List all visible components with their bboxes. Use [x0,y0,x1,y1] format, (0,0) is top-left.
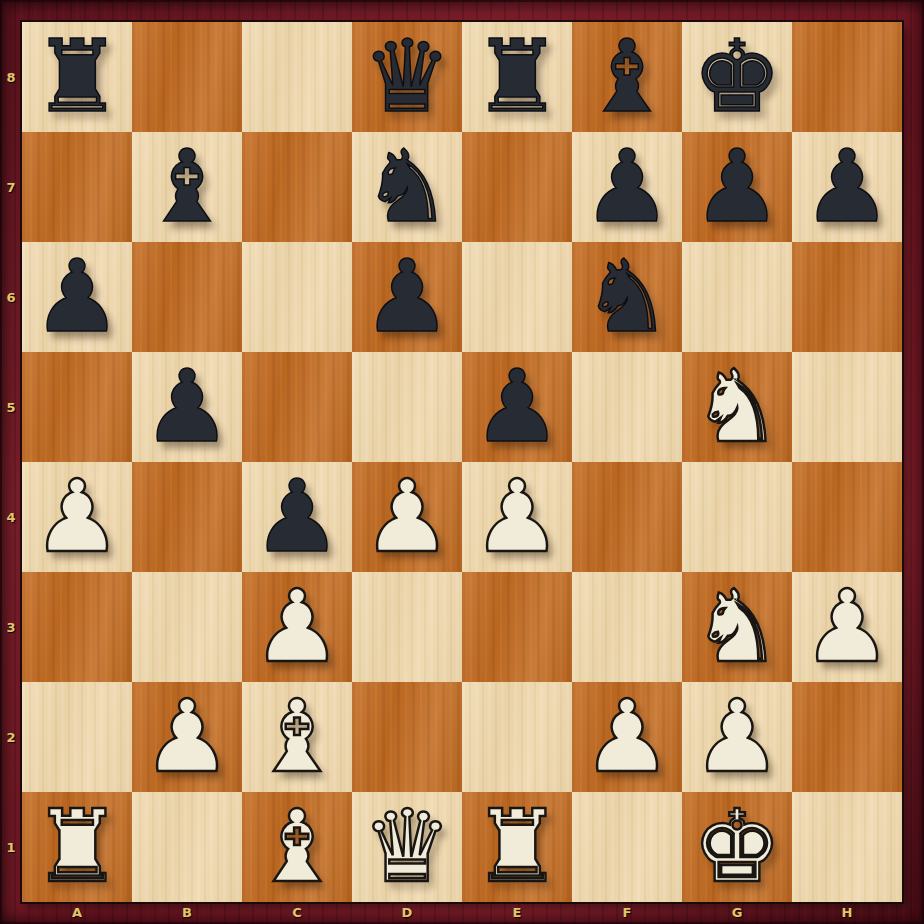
black-pawn[interactable]: ♟ [802,132,892,242]
square-a2[interactable] [22,682,132,792]
black-pawn[interactable]: ♟ [692,132,782,242]
white-bishop[interactable]: ♝ [252,682,342,792]
black-bishop[interactable]: ♝ [582,22,672,132]
white-pawn[interactable]: ♟ [362,462,452,572]
black-rook[interactable]: ♜ [472,22,562,132]
square-b8[interactable] [132,22,242,132]
file-label-h: H [792,901,902,923]
square-b1[interactable] [132,792,242,902]
square-a6[interactable]: ♟ [22,242,132,352]
black-rook[interactable]: ♜ [32,22,122,132]
square-c2[interactable]: ♝ [242,682,352,792]
square-g3[interactable]: ♞ [682,572,792,682]
rank-label-5: 5 [0,352,22,462]
square-f8[interactable]: ♝ [572,22,682,132]
square-g2[interactable]: ♟ [682,682,792,792]
black-queen[interactable]: ♛ [362,22,452,132]
square-d3[interactable] [352,572,462,682]
square-d4[interactable]: ♟ [352,462,462,572]
square-c7[interactable] [242,132,352,242]
square-b5[interactable]: ♟ [132,352,242,462]
square-h1[interactable] [792,792,902,902]
black-pawn[interactable]: ♟ [472,352,562,462]
square-d1[interactable]: ♛ [352,792,462,902]
square-g1[interactable]: ♚ [682,792,792,902]
square-c3[interactable]: ♟ [242,572,352,682]
chess-app: ♜♛♜♝♚♝♞♟♟♟♟♟♞♟♟♞♟♟♟♟♟♞♟♟♝♟♟♜♝♛♜♚ 8765432… [0,0,924,924]
square-h4[interactable] [792,462,902,572]
square-e3[interactable] [462,572,572,682]
square-b2[interactable]: ♟ [132,682,242,792]
white-rook[interactable]: ♜ [472,792,562,902]
square-h8[interactable] [792,22,902,132]
square-a1[interactable]: ♜ [22,792,132,902]
square-e2[interactable] [462,682,572,792]
square-g8[interactable]: ♚ [682,22,792,132]
square-f2[interactable]: ♟ [572,682,682,792]
square-a7[interactable] [22,132,132,242]
square-e5[interactable]: ♟ [462,352,572,462]
white-knight[interactable]: ♞ [692,352,782,462]
square-h3[interactable]: ♟ [792,572,902,682]
square-e6[interactable] [462,242,572,352]
rank-label-8: 8 [0,22,22,132]
file-label-f: F [572,901,682,923]
black-pawn[interactable]: ♟ [252,462,342,572]
black-knight[interactable]: ♞ [362,132,452,242]
white-pawn[interactable]: ♟ [582,682,672,792]
white-pawn[interactable]: ♟ [252,572,342,682]
black-pawn[interactable]: ♟ [142,352,232,462]
square-b4[interactable] [132,462,242,572]
black-knight[interactable]: ♞ [582,242,672,352]
square-b3[interactable] [132,572,242,682]
square-c4[interactable]: ♟ [242,462,352,572]
square-a5[interactable] [22,352,132,462]
square-c8[interactable] [242,22,352,132]
square-d5[interactable] [352,352,462,462]
white-queen[interactable]: ♛ [362,792,452,902]
rank-label-4: 4 [0,462,22,572]
black-bishop[interactable]: ♝ [142,132,232,242]
square-c6[interactable] [242,242,352,352]
square-g4[interactable] [682,462,792,572]
white-rook[interactable]: ♜ [32,792,122,902]
file-label-a: A [22,901,132,923]
square-e8[interactable]: ♜ [462,22,572,132]
white-pawn[interactable]: ♟ [32,462,122,572]
square-c1[interactable]: ♝ [242,792,352,902]
white-pawn[interactable]: ♟ [802,572,892,682]
square-f1[interactable] [572,792,682,902]
file-label-b: B [132,901,242,923]
square-g6[interactable] [682,242,792,352]
black-pawn[interactable]: ♟ [362,242,452,352]
square-g7[interactable]: ♟ [682,132,792,242]
square-a8[interactable]: ♜ [22,22,132,132]
white-bishop[interactable]: ♝ [252,792,342,902]
black-pawn[interactable]: ♟ [582,132,672,242]
file-label-e: E [462,901,572,923]
white-pawn[interactable]: ♟ [692,682,782,792]
square-f3[interactable] [572,572,682,682]
square-b7[interactable]: ♝ [132,132,242,242]
file-label-c: C [242,901,352,923]
square-h2[interactable] [792,682,902,792]
square-g5[interactable]: ♞ [682,352,792,462]
square-a4[interactable]: ♟ [22,462,132,572]
white-pawn[interactable]: ♟ [142,682,232,792]
white-king[interactable]: ♚ [692,792,782,902]
rank-label-3: 3 [0,572,22,682]
square-d6[interactable]: ♟ [352,242,462,352]
black-king[interactable]: ♚ [692,22,782,132]
square-h7[interactable]: ♟ [792,132,902,242]
square-h5[interactable] [792,352,902,462]
black-pawn[interactable]: ♟ [32,242,122,352]
white-pawn[interactable]: ♟ [472,462,562,572]
file-label-d: D [352,901,462,923]
rank-label-7: 7 [0,132,22,242]
white-knight[interactable]: ♞ [692,572,782,682]
square-a3[interactable] [22,572,132,682]
square-h6[interactable] [792,242,902,352]
square-d7[interactable]: ♞ [352,132,462,242]
rank-label-2: 2 [0,682,22,792]
square-e4[interactable]: ♟ [462,462,572,572]
square-b6[interactable] [132,242,242,352]
square-f7[interactable]: ♟ [572,132,682,242]
chess-board: ♜♛♜♝♚♝♞♟♟♟♟♟♞♟♟♞♟♟♟♟♟♞♟♟♝♟♟♜♝♛♜♚ [22,22,902,902]
square-c5[interactable] [242,352,352,462]
square-f6[interactable]: ♞ [572,242,682,352]
square-e1[interactable]: ♜ [462,792,572,902]
square-d8[interactable]: ♛ [352,22,462,132]
square-f4[interactable] [572,462,682,572]
square-d2[interactable] [352,682,462,792]
square-e7[interactable] [462,132,572,242]
rank-label-1: 1 [0,792,22,902]
square-f5[interactable] [572,352,682,462]
file-label-g: G [682,901,792,923]
rank-label-6: 6 [0,242,22,352]
